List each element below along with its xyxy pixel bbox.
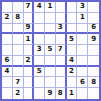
sudoku-cell-r3c8[interactable] bbox=[77, 24, 88, 35]
sudoku-cell-r1c9[interactable] bbox=[88, 2, 99, 13]
sudoku-cell-r6c5[interactable] bbox=[45, 56, 56, 67]
sudoku-cell-r6c7[interactable]: 4 bbox=[67, 56, 78, 67]
sudoku-cell-r5c8[interactable] bbox=[77, 45, 88, 56]
sudoku-cell-r3c4[interactable] bbox=[34, 24, 45, 35]
sudoku-cell-r2c1[interactable]: 2 bbox=[2, 13, 13, 24]
sudoku-cell-r2c6[interactable] bbox=[56, 13, 67, 24]
sudoku-cell-r5c1[interactable] bbox=[2, 45, 13, 56]
sudoku-cell-r9c7[interactable]: 1 bbox=[67, 88, 78, 99]
sudoku-cell-r9c2[interactable]: 2 bbox=[13, 88, 24, 99]
sudoku-cell-r7c3[interactable] bbox=[24, 67, 35, 78]
sudoku-cell-r6c1[interactable]: 6 bbox=[2, 56, 13, 67]
sudoku-cell-r8c3[interactable] bbox=[24, 77, 35, 88]
sudoku-cell-r3c1[interactable] bbox=[2, 24, 13, 35]
sudoku-cell-r9c1[interactable] bbox=[2, 88, 13, 99]
sudoku-cell-r8c6[interactable] bbox=[56, 77, 67, 88]
sudoku-cell-r7c2[interactable] bbox=[13, 67, 24, 78]
sudoku-cell-r5c5[interactable]: 5 bbox=[45, 45, 56, 56]
sudoku-cell-r5c2[interactable] bbox=[13, 45, 24, 56]
sudoku-cell-r8c9[interactable]: 8 bbox=[88, 77, 99, 88]
sudoku-cell-r4c2[interactable] bbox=[13, 34, 24, 45]
sudoku-cell-r9c6[interactable]: 8 bbox=[56, 88, 67, 99]
sudoku-cell-r2c3[interactable] bbox=[24, 13, 35, 24]
sudoku-cell-r3c5[interactable] bbox=[45, 24, 56, 35]
sudoku-cell-r8c7[interactable] bbox=[67, 77, 78, 88]
sudoku-cell-r6c3[interactable]: 2 bbox=[24, 56, 35, 67]
sudoku-cell-r6c4[interactable] bbox=[34, 56, 45, 67]
sudoku-cell-r4c1[interactable] bbox=[2, 34, 13, 45]
sudoku-cell-r4c9[interactable]: 9 bbox=[88, 34, 99, 45]
sudoku-cell-r1c5[interactable]: 1 bbox=[45, 2, 56, 13]
sudoku-cell-r4c3[interactable]: 1 bbox=[24, 34, 35, 45]
sudoku-cell-r1c2[interactable] bbox=[13, 2, 24, 13]
sudoku-cell-r2c8[interactable]: 1 bbox=[77, 13, 88, 24]
sudoku-cell-r7c1[interactable]: 4 bbox=[2, 67, 13, 78]
sudoku-cell-r5c7[interactable] bbox=[67, 45, 78, 56]
sudoku-cell-r3c3[interactable]: 9 bbox=[24, 24, 35, 35]
sudoku-cell-r6c2[interactable] bbox=[13, 56, 24, 67]
sudoku-cell-r5c9[interactable] bbox=[88, 45, 99, 56]
sudoku-cell-r8c5[interactable] bbox=[45, 77, 56, 88]
sudoku-cell-r5c4[interactable]: 3 bbox=[34, 45, 45, 56]
sudoku-cell-r6c6[interactable] bbox=[56, 56, 67, 67]
sudoku-cell-r3c6[interactable]: 3 bbox=[56, 24, 67, 35]
sudoku-cell-r1c6[interactable] bbox=[56, 2, 67, 13]
sudoku-cell-r5c6[interactable]: 7 bbox=[56, 45, 67, 56]
sudoku-cell-r9c9[interactable] bbox=[88, 88, 99, 99]
sudoku-cell-r9c5[interactable]: 9 bbox=[45, 88, 56, 99]
sudoku-cell-r6c9[interactable] bbox=[88, 56, 99, 67]
sudoku-cell-r8c1[interactable] bbox=[2, 77, 13, 88]
sudoku-cell-r2c7[interactable] bbox=[67, 13, 78, 24]
sudoku-cell-r1c8[interactable]: 3 bbox=[77, 2, 88, 13]
sudoku-cell-r8c4[interactable] bbox=[34, 77, 45, 88]
sudoku-cell-r7c8[interactable] bbox=[77, 67, 88, 78]
sudoku-cell-r3c7[interactable] bbox=[67, 24, 78, 35]
sudoku-cell-r2c4[interactable] bbox=[34, 13, 45, 24]
sudoku-cell-r6c8[interactable] bbox=[77, 56, 88, 67]
sudoku-cell-r9c8[interactable] bbox=[77, 88, 88, 99]
sudoku-cell-r1c4[interactable]: 4 bbox=[34, 2, 45, 13]
sudoku-cell-r2c5[interactable] bbox=[45, 13, 56, 24]
sudoku-cell-r9c4[interactable] bbox=[34, 88, 45, 99]
sudoku-cell-r7c6[interactable] bbox=[56, 67, 67, 78]
sudoku-cell-r7c9[interactable] bbox=[88, 67, 99, 78]
sudoku-cell-r7c4[interactable]: 5 bbox=[34, 67, 45, 78]
sudoku-cell-r4c5[interactable] bbox=[45, 34, 56, 45]
sudoku-cell-r3c9[interactable]: 6 bbox=[88, 24, 99, 35]
sudoku-cell-r1c3[interactable]: 7 bbox=[24, 2, 35, 13]
sudoku-cell-r4c7[interactable]: 5 bbox=[67, 34, 78, 45]
sudoku-cell-r7c7[interactable]: 2 bbox=[67, 67, 78, 78]
sudoku-cell-r8c8[interactable]: 6 bbox=[77, 77, 88, 88]
sudoku-cell-r1c7[interactable] bbox=[67, 2, 78, 13]
sudoku-cell-r7c5[interactable] bbox=[45, 67, 56, 78]
sudoku-cell-r4c8[interactable] bbox=[77, 34, 88, 45]
sudoku-cell-r5c3[interactable] bbox=[24, 45, 35, 56]
sudoku-cell-r4c6[interactable] bbox=[56, 34, 67, 45]
sudoku-cell-r2c2[interactable]: 8 bbox=[13, 13, 24, 24]
sudoku-cell-r3c2[interactable] bbox=[13, 24, 24, 35]
sudoku-cell-r8c2[interactable]: 7 bbox=[13, 77, 24, 88]
sudoku-cell-r4c4[interactable] bbox=[34, 34, 45, 45]
sudoku-cell-r9c3[interactable] bbox=[24, 88, 35, 99]
sudoku-board: 74132819361593576244527682981 bbox=[0, 0, 101, 101]
sudoku-cell-r1c1[interactable] bbox=[2, 2, 13, 13]
sudoku-cell-r2c9[interactable] bbox=[88, 13, 99, 24]
